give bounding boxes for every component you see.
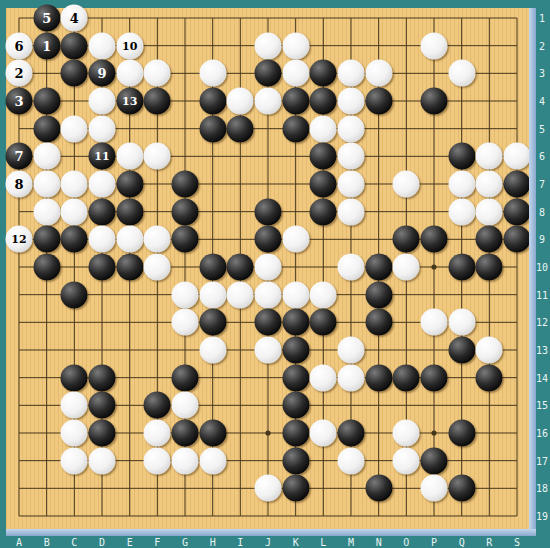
column-label: H (206, 537, 220, 548)
white-stone (61, 419, 88, 446)
black-stone: 11 (88, 143, 115, 170)
white-stone (337, 115, 364, 142)
black-stone (365, 87, 392, 114)
black-stone (144, 87, 171, 114)
white-stone: 10 (116, 32, 143, 59)
move-number: 11 (94, 151, 109, 162)
row-label: 4 (535, 95, 549, 106)
black-stone (171, 419, 198, 446)
go-board-widget: 54611029313711812 1234567891011121314151… (0, 0, 550, 548)
black-stone (88, 253, 115, 280)
white-stone (476, 336, 503, 363)
white-stone (88, 170, 115, 197)
white-stone (310, 364, 337, 391)
white-stone (144, 60, 171, 87)
black-stone: 13 (116, 87, 143, 114)
row-label: 5 (535, 123, 549, 134)
black-stone (254, 309, 281, 336)
white-stone (337, 87, 364, 114)
move-number: 6 (14, 39, 23, 52)
white-stone (282, 226, 309, 253)
white-stone (61, 115, 88, 142)
row-label: 14 (535, 372, 549, 383)
black-stone (393, 364, 420, 391)
column-label: K (289, 537, 303, 548)
white-stone (282, 60, 309, 87)
column-label: B (40, 537, 54, 548)
black-stone (88, 364, 115, 391)
row-label: 8 (535, 206, 549, 217)
black-stone (199, 115, 226, 142)
black-stone (171, 226, 198, 253)
black-stone: 1 (33, 32, 60, 59)
white-stone (171, 447, 198, 474)
white-stone (337, 364, 364, 391)
black-stone (88, 198, 115, 225)
black-stone (61, 364, 88, 391)
black-stone (61, 60, 88, 87)
white-stone (199, 60, 226, 87)
black-stone (171, 198, 198, 225)
black-stone (476, 226, 503, 253)
white-stone (199, 281, 226, 308)
black-stone (420, 364, 447, 391)
move-number: 10 (122, 40, 137, 51)
black-stone (310, 198, 337, 225)
black-stone (476, 253, 503, 280)
black-stone (282, 392, 309, 419)
white-stone: 2 (6, 60, 33, 87)
black-stone (33, 226, 60, 253)
black-stone (448, 475, 475, 502)
white-stone (227, 281, 254, 308)
black-stone (144, 392, 171, 419)
white-stone (476, 170, 503, 197)
white-stone (144, 447, 171, 474)
black-stone (365, 281, 392, 308)
white-stone (88, 447, 115, 474)
star-point (431, 264, 436, 269)
row-label: 10 (535, 261, 549, 272)
black-stone (199, 87, 226, 114)
column-label: I (233, 537, 247, 548)
black-stone (61, 32, 88, 59)
black-stone (227, 253, 254, 280)
black-stone (393, 226, 420, 253)
white-stone (448, 170, 475, 197)
black-stone (171, 170, 198, 197)
white-stone (448, 309, 475, 336)
white-stone (310, 281, 337, 308)
black-stone (116, 170, 143, 197)
row-label: 7 (535, 178, 549, 189)
black-stone (310, 60, 337, 87)
column-label: M (344, 537, 358, 548)
black-stone (420, 226, 447, 253)
column-label: R (482, 537, 496, 548)
white-stone (144, 253, 171, 280)
white-stone (420, 475, 447, 502)
black-stone: 3 (6, 87, 33, 114)
white-stone (61, 198, 88, 225)
column-label: N (372, 537, 386, 548)
row-label: 13 (535, 344, 549, 355)
column-label: L (316, 537, 330, 548)
column-label: G (178, 537, 192, 548)
black-stone (199, 309, 226, 336)
black-stone: 7 (6, 143, 33, 170)
black-stone (61, 226, 88, 253)
white-stone (476, 143, 503, 170)
black-stone (365, 475, 392, 502)
white-stone (254, 475, 281, 502)
white-stone (88, 32, 115, 59)
white-stone (144, 226, 171, 253)
row-label: 17 (535, 455, 549, 466)
move-number: 2 (14, 67, 23, 80)
white-stone (393, 447, 420, 474)
move-number: 4 (70, 12, 79, 25)
row-label: 16 (535, 427, 549, 438)
black-stone (199, 419, 226, 446)
white-stone (337, 60, 364, 87)
white-stone (116, 143, 143, 170)
white-stone (144, 419, 171, 446)
black-stone (33, 115, 60, 142)
black-stone (116, 198, 143, 225)
black-stone (448, 419, 475, 446)
white-stone (33, 170, 60, 197)
black-stone (476, 364, 503, 391)
white-stone (254, 87, 281, 114)
column-label: D (95, 537, 109, 548)
black-stone: 5 (33, 5, 60, 32)
black-stone (282, 364, 309, 391)
black-stone (503, 226, 530, 253)
black-stone (116, 253, 143, 280)
black-stone (310, 170, 337, 197)
white-stone: 6 (6, 32, 33, 59)
white-stone (33, 198, 60, 225)
black-stone (199, 253, 226, 280)
black-stone (420, 447, 447, 474)
black-stone (282, 115, 309, 142)
black-stone (337, 419, 364, 446)
white-stone (282, 281, 309, 308)
white-stone (144, 143, 171, 170)
white-stone (116, 60, 143, 87)
black-stone (282, 309, 309, 336)
move-number: 13 (122, 95, 137, 106)
black-stone (365, 364, 392, 391)
column-label: F (150, 537, 164, 548)
star-point (265, 430, 270, 435)
row-label: 12 (535, 317, 549, 328)
goban[interactable]: 54611029313711812 (6, 8, 529, 529)
black-stone (88, 392, 115, 419)
white-stone (282, 32, 309, 59)
move-number: 7 (14, 150, 23, 163)
white-stone (227, 87, 254, 114)
white-stone (171, 309, 198, 336)
black-stone (282, 87, 309, 114)
black-stone (171, 364, 198, 391)
move-number: 12 (11, 234, 26, 245)
black-stone (310, 87, 337, 114)
move-number: 1 (42, 39, 51, 52)
white-stone (393, 253, 420, 280)
row-label: 19 (535, 510, 549, 521)
star-point (431, 430, 436, 435)
column-label: J (261, 537, 275, 548)
white-stone (393, 170, 420, 197)
column-label: E (123, 537, 137, 548)
white-stone (337, 253, 364, 280)
white-stone (310, 115, 337, 142)
white-stone (420, 309, 447, 336)
row-label: 1 (535, 13, 549, 24)
white-stone (33, 143, 60, 170)
row-label: 6 (535, 151, 549, 162)
white-stone (337, 336, 364, 363)
white-stone: 4 (61, 5, 88, 32)
black-stone (282, 419, 309, 446)
white-stone (254, 281, 281, 308)
white-stone (61, 170, 88, 197)
column-label: O (399, 537, 413, 548)
white-stone (88, 226, 115, 253)
move-number: 9 (97, 67, 106, 80)
row-label: 18 (535, 483, 549, 494)
black-stone (365, 309, 392, 336)
black-stone (420, 87, 447, 114)
black-stone (448, 143, 475, 170)
black-stone (282, 475, 309, 502)
column-label: C (67, 537, 81, 548)
white-stone (199, 336, 226, 363)
black-stone (254, 198, 281, 225)
white-stone (365, 60, 392, 87)
black-stone (88, 419, 115, 446)
column-label: Q (455, 537, 469, 548)
white-stone: 8 (6, 170, 33, 197)
black-stone (282, 447, 309, 474)
black-stone (503, 170, 530, 197)
column-label: S (510, 537, 524, 548)
white-stone (448, 198, 475, 225)
white-stone (171, 392, 198, 419)
white-stone (337, 447, 364, 474)
white-stone (88, 115, 115, 142)
column-label: A (12, 537, 26, 548)
board-edge-highlight-bottom (6, 529, 536, 536)
white-stone (310, 419, 337, 446)
black-stone (33, 87, 60, 114)
black-stone (33, 253, 60, 280)
row-label: 15 (535, 400, 549, 411)
row-label: 2 (535, 40, 549, 51)
row-label: 9 (535, 234, 549, 245)
white-stone (171, 281, 198, 308)
column-label: P (427, 537, 441, 548)
move-number: 5 (42, 12, 51, 25)
black-stone (254, 226, 281, 253)
white-stone (254, 253, 281, 280)
white-stone (88, 87, 115, 114)
white-stone (337, 143, 364, 170)
black-stone (448, 253, 475, 280)
white-stone (503, 143, 530, 170)
white-stone (476, 198, 503, 225)
white-stone: 12 (6, 226, 33, 253)
black-stone: 9 (88, 60, 115, 87)
white-stone (420, 32, 447, 59)
black-stone (503, 198, 530, 225)
white-stone (393, 419, 420, 446)
black-stone (310, 143, 337, 170)
black-stone (254, 60, 281, 87)
white-stone (337, 170, 364, 197)
black-stone (227, 115, 254, 142)
black-stone (310, 309, 337, 336)
row-label: 11 (535, 289, 549, 300)
black-stone (365, 253, 392, 280)
white-stone (448, 60, 475, 87)
row-label: 3 (535, 68, 549, 79)
white-stone (199, 447, 226, 474)
white-stone (254, 32, 281, 59)
black-stone (61, 281, 88, 308)
white-stone (61, 392, 88, 419)
black-stone (448, 336, 475, 363)
white-stone (61, 447, 88, 474)
move-number: 8 (14, 177, 23, 190)
white-stone (337, 198, 364, 225)
white-stone (254, 336, 281, 363)
black-stone (282, 336, 309, 363)
move-number: 3 (14, 94, 23, 107)
white-stone (116, 226, 143, 253)
